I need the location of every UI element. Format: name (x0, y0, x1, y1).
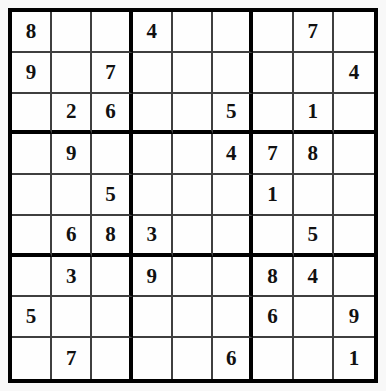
cell-r9c7[interactable] (253, 338, 293, 379)
cell-r5c8[interactable] (294, 175, 334, 216)
cell-r9c9[interactable]: 1 (334, 338, 374, 379)
cell-r9c3[interactable] (92, 338, 132, 379)
cell-r4c2[interactable]: 9 (52, 134, 92, 175)
cell-r2c8[interactable] (294, 53, 334, 94)
cell-r5c1[interactable] (12, 175, 52, 216)
cell-r1c6[interactable] (213, 12, 253, 53)
cell-r7c4[interactable]: 9 (133, 257, 173, 298)
page: 8 4 7 9 7 4 2 6 5 1 9 4 7 8 (0, 0, 386, 391)
cell-r6c9[interactable] (334, 216, 374, 257)
cell-r9c1[interactable] (12, 338, 52, 379)
cell-r7c2[interactable]: 3 (52, 257, 92, 298)
cell-r8c1[interactable]: 5 (12, 297, 52, 338)
cell-r7c3[interactable] (92, 257, 132, 298)
cell-r6c7[interactable] (253, 216, 293, 257)
cell-r8c6[interactable] (213, 297, 253, 338)
cell-r4c6[interactable]: 4 (213, 134, 253, 175)
cell-r1c3[interactable] (92, 12, 132, 53)
cell-r9c4[interactable] (133, 338, 173, 379)
cell-r8c2[interactable] (52, 297, 92, 338)
cell-r4c8[interactable]: 8 (294, 134, 334, 175)
cell-r5c3[interactable]: 5 (92, 175, 132, 216)
cell-r6c5[interactable] (173, 216, 213, 257)
cell-r5c4[interactable] (133, 175, 173, 216)
cell-r1c5[interactable] (173, 12, 213, 53)
cell-r6c8[interactable]: 5 (294, 216, 334, 257)
cell-r6c1[interactable] (12, 216, 52, 257)
cell-r4c4[interactable] (133, 134, 173, 175)
cell-r1c8[interactable]: 7 (294, 12, 334, 53)
cell-r3c2[interactable]: 2 (52, 94, 92, 135)
cell-r8c4[interactable] (133, 297, 173, 338)
cell-r8c8[interactable] (294, 297, 334, 338)
cell-r2c1[interactable]: 9 (12, 53, 52, 94)
cell-r2c5[interactable] (173, 53, 213, 94)
cell-r5c5[interactable] (173, 175, 213, 216)
cell-r3c5[interactable] (173, 94, 213, 135)
cell-r4c1[interactable] (12, 134, 52, 175)
cell-r7c7[interactable]: 8 (253, 257, 293, 298)
cell-r7c6[interactable] (213, 257, 253, 298)
cell-r8c5[interactable] (173, 297, 213, 338)
sudoku-board: 8 4 7 9 7 4 2 6 5 1 9 4 7 8 (8, 8, 378, 383)
cell-r2c9[interactable]: 4 (334, 53, 374, 94)
cell-r9c8[interactable] (294, 338, 334, 379)
cell-r7c8[interactable]: 4 (294, 257, 334, 298)
cell-r7c5[interactable] (173, 257, 213, 298)
cell-r6c4[interactable]: 3 (133, 216, 173, 257)
cell-r2c4[interactable] (133, 53, 173, 94)
cell-r5c9[interactable] (334, 175, 374, 216)
cell-r5c6[interactable] (213, 175, 253, 216)
cell-r3c9[interactable] (334, 94, 374, 135)
cell-r1c1[interactable]: 8 (12, 12, 52, 53)
cell-r1c2[interactable] (52, 12, 92, 53)
cell-r9c5[interactable] (173, 338, 213, 379)
cell-r3c3[interactable]: 6 (92, 94, 132, 135)
cell-r2c3[interactable]: 7 (92, 53, 132, 94)
cell-r2c2[interactable] (52, 53, 92, 94)
cell-r3c7[interactable] (253, 94, 293, 135)
cell-r4c5[interactable] (173, 134, 213, 175)
cell-r4c7[interactable]: 7 (253, 134, 293, 175)
cell-r5c2[interactable] (52, 175, 92, 216)
cell-r2c7[interactable] (253, 53, 293, 94)
cell-r8c7[interactable]: 6 (253, 297, 293, 338)
cell-r6c2[interactable]: 6 (52, 216, 92, 257)
cell-r7c1[interactable] (12, 257, 52, 298)
cell-r8c9[interactable]: 9 (334, 297, 374, 338)
cell-r9c2[interactable]: 7 (52, 338, 92, 379)
cell-r2c6[interactable] (213, 53, 253, 94)
cell-r5c7[interactable]: 1 (253, 175, 293, 216)
cell-r7c9[interactable] (334, 257, 374, 298)
cell-r3c6[interactable]: 5 (213, 94, 253, 135)
cell-r3c1[interactable] (12, 94, 52, 135)
cell-r6c6[interactable] (213, 216, 253, 257)
cell-r4c9[interactable] (334, 134, 374, 175)
cell-r4c3[interactable] (92, 134, 132, 175)
cell-r1c9[interactable] (334, 12, 374, 53)
cell-r1c4[interactable]: 4 (133, 12, 173, 53)
cell-r6c3[interactable]: 8 (92, 216, 132, 257)
cell-r3c4[interactable] (133, 94, 173, 135)
cell-r9c6[interactable]: 6 (213, 338, 253, 379)
cell-r8c3[interactable] (92, 297, 132, 338)
cell-r1c7[interactable] (253, 12, 293, 53)
cell-r3c8[interactable]: 1 (294, 94, 334, 135)
